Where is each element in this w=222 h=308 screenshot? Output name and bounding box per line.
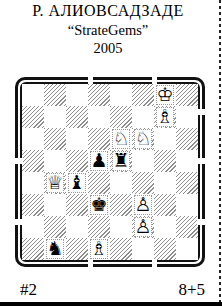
source-name: “StrateGems” [0,21,216,39]
square-a4[interactable] [22,172,44,194]
publication-year: 2005 [0,39,216,57]
white-pawn[interactable]: ♙ [132,195,154,214]
square-g2[interactable] [154,216,176,238]
square-e4[interactable] [110,172,132,194]
square-a1[interactable] [22,238,44,260]
square-a6[interactable] [22,128,44,150]
white-knight[interactable]: ♘ [132,129,154,148]
square-h1[interactable] [176,238,198,260]
stipulation-label: #2 [15,280,37,300]
page-rule-right-dashed [219,0,221,302]
scan-gap [197,109,206,115]
square-g4[interactable] [154,172,176,194]
white-queen[interactable]: ♕ [44,173,66,192]
white-knight[interactable]: ♘ [110,129,132,148]
square-d5[interactable]: ♟♟ [88,150,110,172]
problem-caption: #2 8+5 [15,280,205,300]
scan-gap [14,158,23,164]
square-b6[interactable] [44,128,66,150]
problem-header: Р. АЛИОВСАДЗАДЕ “StrateGems” 2005 [0,1,216,57]
square-a5[interactable] [22,150,44,172]
black-bishop[interactable]: ♝ [66,173,88,192]
scan-gap [152,76,157,84]
chess-problem-card: Р. АЛИОВСАДЗАДЕ “StrateGems” 2005 ♚♔♝♗♞♘… [0,0,222,308]
square-a8[interactable] [22,84,44,106]
square-d8[interactable] [88,84,110,106]
white-bishop[interactable]: ♗ [154,107,176,126]
square-f7[interactable] [132,106,154,128]
scan-gap [88,260,93,268]
board-frame: ♚♔♝♗♞♘♞♘♟♟♜♜♛♕♝♝♚♚♟♙♟♙♞♞♝♗ [15,77,205,267]
square-c1[interactable] [66,238,88,260]
square-a3[interactable] [22,194,44,216]
square-f3[interactable]: ♟♙ [132,194,154,216]
square-f6[interactable]: ♞♘ [132,128,154,150]
square-a2[interactable] [22,216,44,238]
square-b7[interactable] [44,106,66,128]
square-c8[interactable] [66,84,88,106]
square-g5[interactable] [154,150,176,172]
square-h6[interactable] [176,128,198,150]
material-count-label: 8+5 [178,280,205,300]
square-c2[interactable] [66,216,88,238]
square-e7[interactable] [110,106,132,128]
board-inner-frame: ♚♔♝♗♞♘♞♘♟♟♜♜♛♕♝♝♚♚♟♙♟♙♞♞♝♗ [20,82,200,262]
square-g6[interactable] [154,128,176,150]
square-e8[interactable] [110,84,132,106]
black-pawn[interactable]: ♟ [88,151,110,170]
square-h4[interactable] [176,172,198,194]
square-f5[interactable] [132,150,154,172]
square-e2[interactable] [110,216,132,238]
composer-name: Р. АЛИОВСАДЗАДЕ [0,1,216,21]
square-f1[interactable] [132,238,154,260]
square-h2[interactable] [176,216,198,238]
square-a7[interactable] [22,106,44,128]
page-rule-bottom [0,302,222,306]
square-e1[interactable] [110,238,132,260]
square-c5[interactable] [66,150,88,172]
square-e6[interactable]: ♞♘ [110,128,132,150]
black-knight[interactable]: ♞ [44,239,66,258]
square-b3[interactable] [44,194,66,216]
black-rook[interactable]: ♜ [110,151,132,170]
square-b2[interactable] [44,216,66,238]
square-d3[interactable]: ♚♚ [88,194,110,216]
scan-gap [197,158,206,164]
square-d1[interactable]: ♝♗ [88,238,110,260]
square-g1[interactable] [154,238,176,260]
square-c7[interactable] [66,106,88,128]
square-g3[interactable] [154,194,176,216]
square-e3[interactable] [110,194,132,216]
square-d2[interactable] [88,216,110,238]
white-king[interactable]: ♔ [154,85,176,104]
square-g8[interactable]: ♚♔ [154,84,176,106]
square-b8[interactable] [44,84,66,106]
square-h5[interactable] [176,150,198,172]
square-b4[interactable]: ♛♕ [44,172,66,194]
scan-gap [14,219,23,225]
square-d6[interactable] [88,128,110,150]
square-c6[interactable] [66,128,88,150]
square-d4[interactable] [88,172,110,194]
square-f4[interactable] [132,172,154,194]
square-b1[interactable]: ♞♞ [44,238,66,260]
black-king[interactable]: ♚ [88,195,110,214]
square-e5[interactable]: ♜♜ [110,150,132,172]
square-d7[interactable] [88,106,110,128]
square-h3[interactable] [176,194,198,216]
square-c3[interactable] [66,194,88,216]
white-pawn[interactable]: ♙ [132,217,154,236]
scan-gap [88,76,93,84]
square-c4[interactable]: ♝♝ [66,172,88,194]
scan-gap [197,219,206,225]
square-h8[interactable] [176,84,198,106]
chess-board: ♚♔♝♗♞♘♞♘♟♟♜♜♛♕♝♝♚♚♟♙♟♙♞♞♝♗ [22,84,198,260]
square-f2[interactable]: ♟♙ [132,216,154,238]
scan-gap [152,260,157,268]
square-h7[interactable] [176,106,198,128]
white-bishop[interactable]: ♗ [88,239,110,258]
square-b5[interactable] [44,150,66,172]
square-g7[interactable]: ♝♗ [154,106,176,128]
square-f8[interactable] [132,84,154,106]
